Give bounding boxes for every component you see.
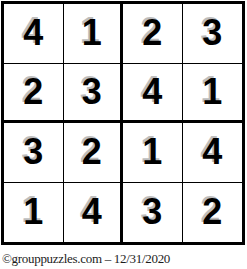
sudoku-cell-r2c1: 2 bbox=[4, 64, 64, 124]
sudoku-cell-r4c1: 1 bbox=[4, 183, 64, 243]
copyright-footer: ©grouppuzzles.com – 12/31/2020 bbox=[2, 251, 170, 267]
sudoku-board: 4 1 2 3 2 3 4 1 3 2 1 4 1 4 3 2 bbox=[1, 1, 245, 245]
sudoku-cell-r3c3: 1 bbox=[123, 123, 183, 183]
sudoku-cell-r4c4: 2 bbox=[183, 183, 243, 243]
sudoku-cell-r1c2: 1 bbox=[64, 4, 124, 64]
sudoku-cell-r1c3: 2 bbox=[123, 4, 183, 64]
sudoku-cell-r2c4: 1 bbox=[183, 64, 243, 124]
sudoku-cell-r1c1: 4 bbox=[4, 4, 64, 64]
sudoku-cell-r3c1: 3 bbox=[4, 123, 64, 183]
sudoku-cell-r4c3: 3 bbox=[123, 183, 183, 243]
sudoku-cell-r2c3: 4 bbox=[123, 64, 183, 124]
sudoku-cell-r2c2: 3 bbox=[64, 64, 124, 124]
sudoku-cell-r4c2: 4 bbox=[64, 183, 124, 243]
sudoku-cell-r3c2: 2 bbox=[64, 123, 124, 183]
sudoku-cell-r3c4: 4 bbox=[183, 123, 243, 183]
sudoku-cell-r1c4: 3 bbox=[183, 4, 243, 64]
